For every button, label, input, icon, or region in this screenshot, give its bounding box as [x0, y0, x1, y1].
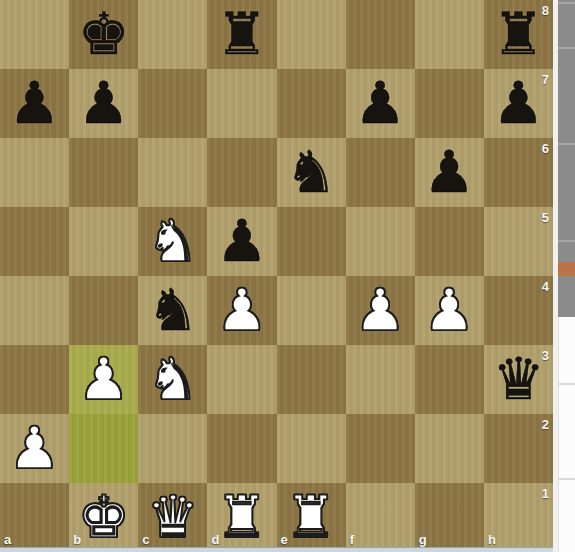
square-c8[interactable] — [138, 0, 207, 69]
square-e3[interactable] — [277, 345, 346, 414]
square-g6[interactable]: ♟ — [415, 138, 484, 207]
square-d8[interactable]: ♜ — [207, 0, 276, 69]
rank-label-3: 3 — [542, 348, 549, 363]
piece-black-pawn[interactable]: ♟ — [216, 212, 268, 270]
piece-black-rook[interactable]: ♜ — [492, 5, 544, 63]
right-side-rail — [558, 0, 575, 552]
rank-label-2: 2 — [542, 417, 549, 432]
file-label-b: b — [73, 532, 81, 547]
rank-label-5: 5 — [542, 210, 549, 225]
chess-app-window: ♚♜♜8♟♟♟♟7♞♟6♞♟5♞♟♟♟4♟♞♛3♟2a♚b♛c♜d♜efg1h — [0, 0, 575, 552]
piece-black-queen[interactable]: ♛ — [492, 350, 544, 408]
piece-white-pawn[interactable]: ♟ — [423, 281, 475, 339]
rail-divider — [559, 478, 575, 480]
square-d7[interactable] — [207, 69, 276, 138]
square-g4[interactable]: ♟ — [415, 276, 484, 345]
square-a5[interactable] — [0, 207, 69, 276]
square-e7[interactable] — [277, 69, 346, 138]
square-a7[interactable]: ♟ — [0, 69, 69, 138]
square-h3[interactable]: ♛3 — [484, 345, 553, 414]
piece-white-pawn[interactable]: ♟ — [216, 281, 268, 339]
square-d3[interactable] — [207, 345, 276, 414]
file-label-c: c — [142, 532, 149, 547]
bottom-edge-strip — [0, 547, 553, 552]
rail-divider — [558, 2, 575, 4]
square-b4[interactable] — [69, 276, 138, 345]
square-f2[interactable] — [346, 414, 415, 483]
piece-white-rook[interactable]: ♜ — [216, 488, 268, 546]
square-e8[interactable] — [277, 0, 346, 69]
square-f6[interactable] — [346, 138, 415, 207]
piece-black-king[interactable]: ♚ — [78, 5, 130, 63]
rank-label-6: 6 — [542, 141, 549, 156]
square-h6[interactable]: 6 — [484, 138, 553, 207]
square-a1[interactable]: a — [0, 483, 69, 552]
square-a8[interactable] — [0, 0, 69, 69]
rank-label-8: 8 — [542, 3, 549, 18]
piece-black-pawn[interactable]: ♟ — [78, 74, 130, 132]
square-f3[interactable] — [346, 345, 415, 414]
rail-divider — [559, 383, 575, 385]
square-c7[interactable] — [138, 69, 207, 138]
square-a6[interactable] — [0, 138, 69, 207]
piece-black-pawn[interactable]: ♟ — [354, 74, 406, 132]
square-d4[interactable]: ♟ — [207, 276, 276, 345]
piece-white-pawn[interactable]: ♟ — [354, 281, 406, 339]
square-b1[interactable]: ♚b — [69, 483, 138, 552]
rail-divider — [558, 47, 575, 49]
square-d1[interactable]: ♜d — [207, 483, 276, 552]
square-g7[interactable] — [415, 69, 484, 138]
piece-white-knight[interactable]: ♞ — [147, 350, 199, 408]
square-h8[interactable]: ♜8 — [484, 0, 553, 69]
square-e2[interactable] — [277, 414, 346, 483]
square-h4[interactable]: 4 — [484, 276, 553, 345]
square-b5[interactable] — [69, 207, 138, 276]
file-label-a: a — [4, 532, 11, 547]
square-b7[interactable]: ♟ — [69, 69, 138, 138]
piece-black-pawn[interactable]: ♟ — [492, 74, 544, 132]
square-d6[interactable] — [207, 138, 276, 207]
square-e5[interactable] — [277, 207, 346, 276]
piece-white-pawn[interactable]: ♟ — [9, 419, 61, 477]
square-a3[interactable] — [0, 345, 69, 414]
piece-white-king[interactable]: ♚ — [78, 488, 130, 546]
square-a2[interactable]: ♟ — [0, 414, 69, 483]
square-g2[interactable] — [415, 414, 484, 483]
file-label-g: g — [419, 532, 427, 547]
square-f4[interactable]: ♟ — [346, 276, 415, 345]
square-g1[interactable]: g — [415, 483, 484, 552]
square-c3[interactable]: ♞ — [138, 345, 207, 414]
square-c2[interactable] — [138, 414, 207, 483]
square-b6[interactable] — [69, 138, 138, 207]
piece-white-rook[interactable]: ♜ — [285, 488, 337, 546]
square-b2[interactable] — [69, 414, 138, 483]
piece-white-knight[interactable]: ♞ — [147, 212, 199, 270]
piece-black-knight[interactable]: ♞ — [285, 143, 337, 201]
rail-divider — [558, 143, 575, 145]
rank-label-1: 1 — [542, 486, 549, 501]
square-a4[interactable] — [0, 276, 69, 345]
square-f8[interactable] — [346, 0, 415, 69]
square-c5[interactable]: ♞ — [138, 207, 207, 276]
rail-divider — [558, 240, 575, 242]
square-b8[interactable]: ♚ — [69, 0, 138, 69]
square-b3[interactable]: ♟ — [69, 345, 138, 414]
rail-white-panel — [558, 317, 575, 552]
file-label-e: e — [281, 532, 288, 547]
square-e1[interactable]: ♜e — [277, 483, 346, 552]
square-c6[interactable] — [138, 138, 207, 207]
square-c4[interactable]: ♞ — [138, 276, 207, 345]
square-h5[interactable]: 5 — [484, 207, 553, 276]
square-f7[interactable]: ♟ — [346, 69, 415, 138]
file-label-h: h — [488, 532, 496, 547]
piece-black-rook[interactable]: ♜ — [216, 5, 268, 63]
square-f5[interactable] — [346, 207, 415, 276]
square-e4[interactable] — [277, 276, 346, 345]
square-f1[interactable]: f — [346, 483, 415, 552]
file-label-f: f — [350, 532, 354, 547]
square-g3[interactable] — [415, 345, 484, 414]
square-c1[interactable]: ♛c — [138, 483, 207, 552]
piece-black-pawn[interactable]: ♟ — [423, 143, 475, 201]
piece-black-knight[interactable]: ♞ — [147, 281, 199, 339]
piece-white-pawn[interactable]: ♟ — [78, 350, 130, 408]
square-d5[interactable]: ♟ — [207, 207, 276, 276]
piece-black-pawn[interactable]: ♟ — [9, 74, 61, 132]
square-e6[interactable]: ♞ — [277, 138, 346, 207]
square-h2[interactable]: 2 — [484, 414, 553, 483]
rank-label-7: 7 — [542, 72, 549, 87]
square-g5[interactable] — [415, 207, 484, 276]
square-h1[interactable]: 1h — [484, 483, 553, 552]
rail-orange-segment — [558, 262, 575, 276]
rank-label-4: 4 — [542, 279, 549, 294]
piece-white-queen[interactable]: ♛ — [147, 488, 199, 546]
square-h7[interactable]: ♟7 — [484, 69, 553, 138]
chess-board: ♚♜♜8♟♟♟♟7♞♟6♞♟5♞♟♟♟4♟♞♛3♟2a♚b♛c♜d♜efg1h — [0, 0, 553, 552]
square-g8[interactable] — [415, 0, 484, 69]
square-d2[interactable] — [207, 414, 276, 483]
file-label-d: d — [211, 532, 219, 547]
